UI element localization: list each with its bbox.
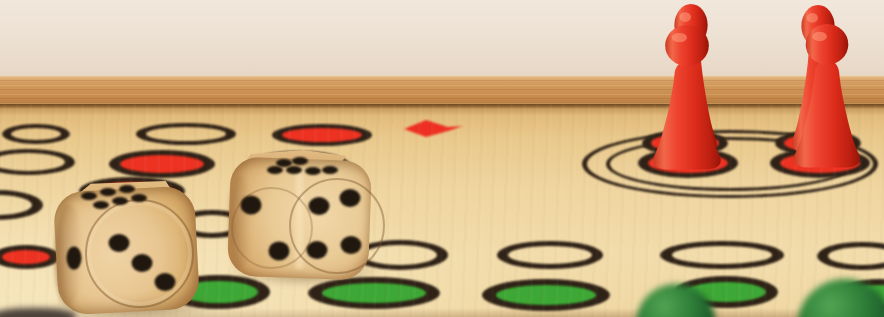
- left-die-bevel-ring: [85, 199, 194, 308]
- screenshot-root: [0, 0, 884, 317]
- dice-layer: [0, 0, 884, 317]
- right-die-side-bevel-ring: [231, 187, 313, 269]
- bottom-left-shadow: [0, 308, 76, 317]
- left-die-side-shade: [55, 204, 82, 306]
